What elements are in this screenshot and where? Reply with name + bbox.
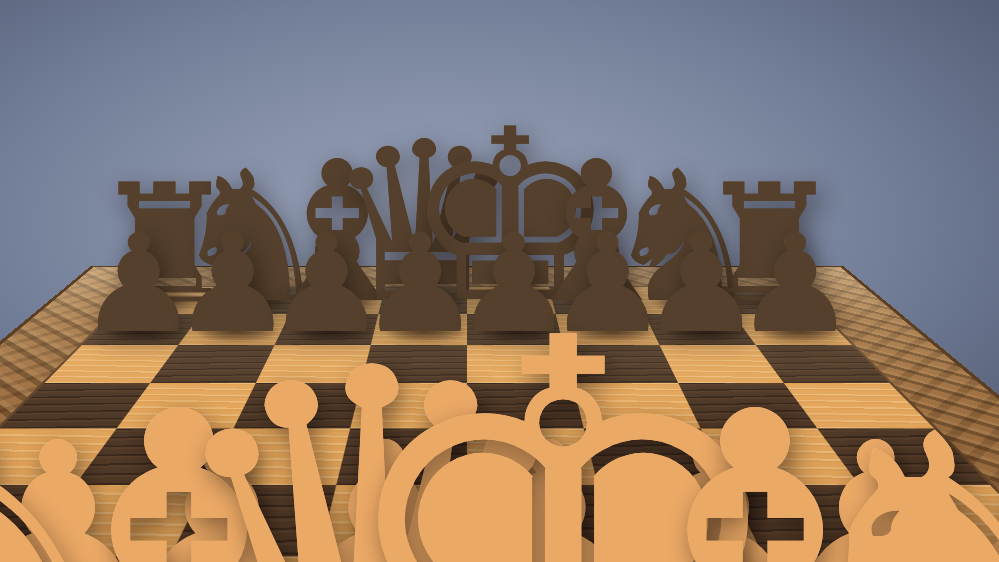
piece-white-rook-h1[interactable]: ♜ (976, 417, 999, 562)
piece-white-knight-g1[interactable]: ♞ (766, 383, 999, 562)
pieces-layer: ♜♞♝♛♚♝♞♜♟♟♟♟♟♟♟♟♟♟♟♟♟♟♟♟♜♞♝♛♚♝♞♜ (0, 0, 999, 562)
rendered-chess-scene: ♜♞♝♛♚♝♞♜♟♟♟♟♟♟♟♟♟♟♟♟♟♟♟♟♜♞♝♛♚♝♞♜ (0, 0, 999, 562)
